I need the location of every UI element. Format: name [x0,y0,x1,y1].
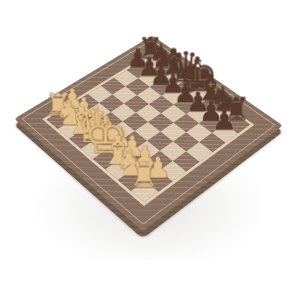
product-photo[interactable]: ♜♞♝♛♚♝♞♜♟♟♟♟♟♟♟♟♟♟♟♟♟♟♟♟♜♞♝♛♚♝♞♜ [0,0,300,299]
